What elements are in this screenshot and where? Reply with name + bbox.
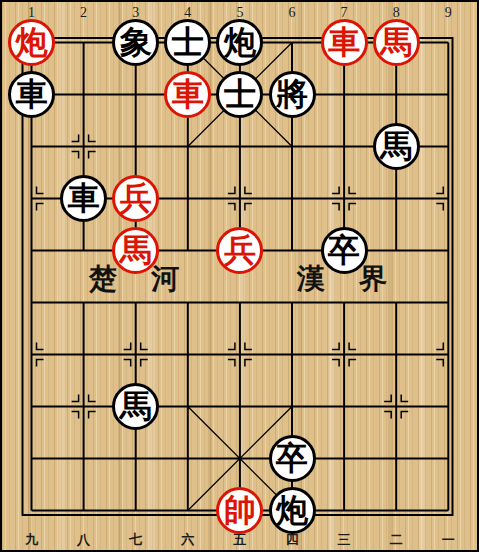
file-label-bottom-8: 二: [390, 531, 403, 549]
piece-glyph: 士: [172, 26, 204, 60]
file-label-bottom-9: 一: [442, 531, 455, 549]
piece-black-horse[interactable]: 馬: [112, 383, 159, 430]
piece-glyph: 將: [276, 78, 308, 112]
piece-black-horse[interactable]: 馬: [373, 123, 420, 170]
piece-black-soldier[interactable]: 卒: [269, 435, 316, 482]
river-char-1: 楚: [89, 260, 117, 298]
piece-glyph: 車: [328, 26, 360, 60]
piece-glyph: 帥: [224, 494, 256, 528]
file-label-top-6: 6: [289, 5, 296, 21]
river-char-4: 界: [359, 260, 387, 298]
piece-red-chariot[interactable]: 車: [164, 71, 211, 118]
file-label-top-9: 9: [445, 5, 452, 21]
file-label-bottom-4: 六: [181, 531, 194, 549]
river-char-2: 河: [151, 260, 179, 298]
piece-black-general[interactable]: 將: [269, 71, 316, 118]
file-label-bottom-7: 三: [338, 531, 351, 549]
piece-black-elephant[interactable]: 象: [112, 19, 159, 66]
piece-glyph: 士: [224, 78, 256, 112]
piece-glyph: 馬: [380, 130, 412, 164]
piece-red-cannon[interactable]: 炮: [8, 19, 55, 66]
piece-black-chariot[interactable]: 車: [60, 175, 107, 222]
file-label-top-2: 2: [80, 5, 87, 21]
file-label-bottom-3: 七: [129, 531, 142, 549]
file-label-bottom-2: 八: [77, 531, 90, 549]
piece-glyph: 馬: [120, 234, 152, 268]
piece-red-soldier[interactable]: 兵: [112, 175, 159, 222]
piece-black-chariot[interactable]: 車: [8, 71, 55, 118]
piece-glyph: 炮: [276, 494, 308, 528]
piece-black-cannon[interactable]: 炮: [269, 487, 316, 534]
piece-glyph: 馬: [380, 26, 412, 60]
piece-glyph: 炮: [224, 26, 256, 60]
piece-glyph: 象: [120, 26, 152, 60]
xiangqi-board: 123456789 九八七六五四三二一 楚河漢界 炮象士炮車馬車車士將馬車兵馬兵…: [0, 0, 479, 552]
piece-black-advisor[interactable]: 士: [164, 19, 211, 66]
piece-red-horse[interactable]: 馬: [373, 19, 420, 66]
piece-red-horse[interactable]: 馬: [112, 227, 159, 274]
piece-glyph: 卒: [328, 234, 360, 268]
piece-glyph: 馬: [120, 390, 152, 424]
river-char-3: 漢: [297, 260, 325, 298]
piece-glyph: 車: [68, 182, 100, 216]
file-label-bottom-1: 九: [25, 531, 38, 549]
piece-glyph: 卒: [276, 442, 308, 476]
piece-glyph: 兵: [120, 182, 152, 216]
piece-red-chariot[interactable]: 車: [321, 19, 368, 66]
piece-black-soldier[interactable]: 卒: [321, 227, 368, 274]
piece-glyph: 車: [16, 78, 48, 112]
piece-glyph: 兵: [224, 234, 256, 268]
piece-glyph: 炮: [16, 26, 48, 60]
piece-glyph: 車: [172, 78, 204, 112]
